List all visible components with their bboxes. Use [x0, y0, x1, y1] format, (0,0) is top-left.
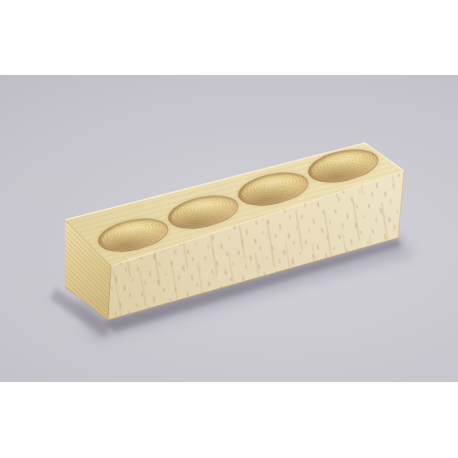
letterbox-bottom — [0, 382, 458, 458]
studio-backdrop — [0, 75, 458, 382]
wood-block — [0, 75, 458, 382]
letterbox-top — [0, 0, 458, 75]
photo-canvas — [0, 0, 458, 458]
